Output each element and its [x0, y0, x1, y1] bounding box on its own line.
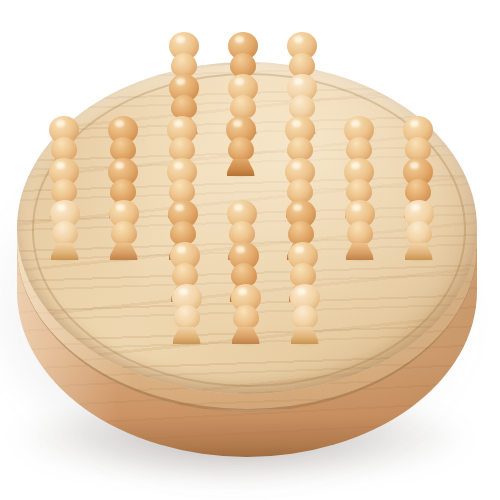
board-cell-r6c2: [96, 260, 155, 302]
peg-r5c2[interactable]: [107, 200, 141, 260]
board-cell-r7c4: [216, 302, 275, 344]
peg-r7c4[interactable]: [229, 284, 263, 344]
peg-base: [291, 327, 319, 344]
board-cell-r1c2: [95, 50, 154, 92]
peg-body: [292, 305, 318, 329]
peg-r5c6[interactable]: [343, 200, 377, 260]
peg-base: [405, 243, 433, 260]
peg-r5c7[interactable]: [402, 200, 436, 260]
peg-r7c3[interactable]: [170, 284, 204, 344]
peg-body: [347, 221, 373, 245]
peg-base: [51, 243, 79, 260]
peg-body: [233, 305, 259, 329]
peg-body: [174, 305, 200, 329]
board-cell-r3c4: [211, 134, 270, 176]
peg-base: [346, 243, 374, 260]
peg-base: [173, 327, 201, 344]
board-cell-r5c7: [389, 218, 448, 260]
board-cell-r5c2: [94, 218, 153, 260]
board-cell-r7c7: [393, 302, 452, 344]
board-cell-r6c6: [332, 260, 391, 302]
board-cell-r5c6: [330, 218, 389, 260]
board-cell-r6c7: [391, 260, 450, 302]
board-cell-r7c5: [275, 302, 334, 344]
board-cell-r7c6: [334, 302, 393, 344]
peg-base: [232, 327, 260, 344]
peg-body: [111, 221, 137, 245]
peg-solitaire-scene: [0, 0, 500, 500]
peg-r5c1[interactable]: [48, 200, 82, 260]
peg-base: [227, 159, 255, 176]
board-cell-r1c7: [390, 50, 449, 92]
peg-body: [52, 221, 78, 245]
board-cell-r6c1: [37, 260, 96, 302]
peg-base: [110, 243, 138, 260]
board-cell-r5c1: [35, 218, 94, 260]
board-cell-r1c1: [36, 50, 95, 92]
board-cell-r7c2: [98, 302, 157, 344]
board-cell-r7c1: [39, 302, 98, 344]
peg-body: [406, 221, 432, 245]
peg-r7c5[interactable]: [288, 284, 322, 344]
peg-grid: [34, 50, 447, 344]
peg-r3c4[interactable]: [224, 116, 258, 176]
peg-body: [228, 137, 254, 161]
board-cell-r1c6: [331, 50, 390, 92]
board-cell-r7c3: [157, 302, 216, 344]
